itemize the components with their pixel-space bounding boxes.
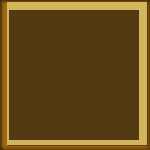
shogi-board-grid	[9, 10, 139, 140]
column-labels	[9, 2, 139, 10]
board-panel	[7, 2, 147, 145]
row-labels	[139, 10, 147, 140]
board-and-row-labels	[9, 10, 147, 140]
shogi-diagram	[0, 0, 150, 150]
